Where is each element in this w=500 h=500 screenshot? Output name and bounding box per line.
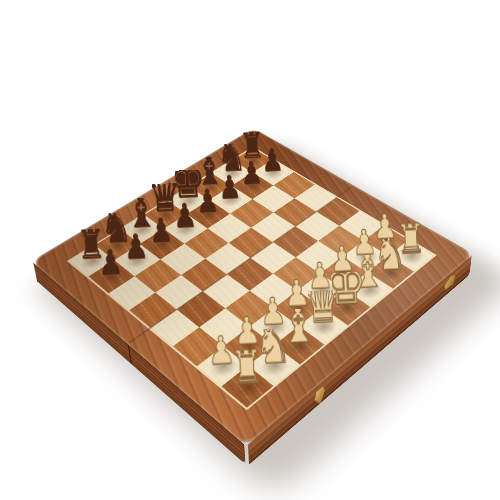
chess-board-box: ♜♞♟♝♟♚♟♛♟♝♟♞♟♟♜♟♟♜♟♟♞♟♝♟♚♟♛♟♝♟♞♜ bbox=[32, 129, 473, 446]
rook-glyph: ♜ bbox=[229, 346, 264, 390]
piece-white-rook-a1: ♜ bbox=[231, 348, 263, 387]
piece-black-pawn-a7: ♟ bbox=[97, 242, 125, 276]
pawn-glyph: ♟ bbox=[98, 247, 124, 280]
3d-scene: ♜♞♟♝♟♚♟♛♟♝♟♞♟♟♜♟♟♜♟♟♞♟♝♟♚♟♛♟♝♟♞♜ bbox=[0, 0, 500, 500]
product-photo-canvas: ♜♞♟♝♟♚♟♛♟♝♟♞♟♟♜♟♟♜♟♟♞♟♝♟♚♟♛♟♝♟♞♜ bbox=[0, 0, 500, 500]
fold-seam-notch bbox=[128, 344, 132, 365]
